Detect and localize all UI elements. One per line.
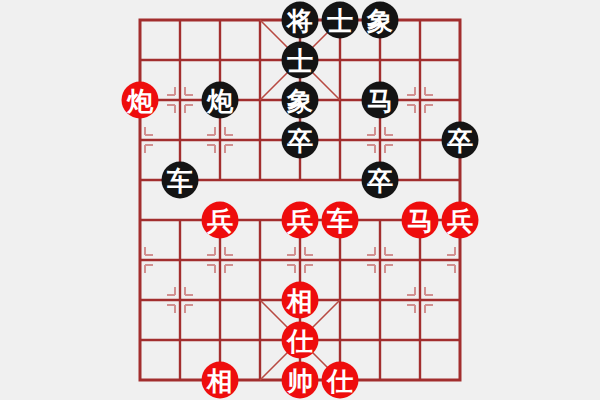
board-point	[240, 0, 280, 40]
board-point	[400, 360, 440, 400]
piece-red-cannon[interactable]: 炮	[122, 82, 159, 119]
board-point: 车	[160, 160, 200, 200]
board-point	[280, 160, 320, 200]
board-point	[400, 240, 440, 280]
board-point: 兵	[200, 200, 240, 240]
board-point	[120, 0, 160, 40]
board-point	[400, 160, 440, 200]
board-point: 帅	[280, 360, 320, 400]
piece-red-soldier[interactable]: 兵	[202, 202, 239, 239]
board-point	[360, 320, 400, 360]
piece-black-elephant[interactable]: 象	[362, 2, 399, 39]
board-point	[160, 200, 200, 240]
board-point: 将	[280, 0, 320, 40]
board-point	[120, 280, 160, 320]
board-point	[120, 200, 160, 240]
board-point	[200, 280, 240, 320]
board-point	[440, 320, 480, 360]
board-point: 马	[360, 80, 400, 120]
piece-black-advisor[interactable]: 士	[322, 2, 359, 39]
board-point	[160, 280, 200, 320]
board-point	[120, 120, 160, 160]
board-point: 象	[360, 0, 400, 40]
board-point	[440, 240, 480, 280]
board-point	[400, 280, 440, 320]
board-point: 兵	[280, 200, 320, 240]
board-point	[440, 0, 480, 40]
board-point: 炮	[200, 80, 240, 120]
board-point	[240, 200, 280, 240]
board-point: 士	[280, 40, 320, 80]
board-point	[400, 40, 440, 80]
board-point	[320, 280, 360, 320]
piece-red-advisor[interactable]: 仕	[282, 322, 319, 359]
board-point	[240, 120, 280, 160]
board-point	[360, 120, 400, 160]
board-point	[400, 0, 440, 40]
board-point	[320, 120, 360, 160]
board-point	[320, 160, 360, 200]
board-point: 象	[280, 80, 320, 120]
piece-black-cannon[interactable]: 炮	[202, 82, 239, 119]
board-point	[200, 160, 240, 200]
board-point	[160, 80, 200, 120]
board-point: 炮	[120, 80, 160, 120]
board-point	[240, 280, 280, 320]
board-point	[440, 80, 480, 120]
board-point	[400, 120, 440, 160]
board-point	[360, 240, 400, 280]
piece-black-soldier[interactable]: 卒	[282, 122, 319, 159]
board-point	[160, 360, 200, 400]
piece-red-horse[interactable]: 马	[402, 202, 439, 239]
piece-red-advisor[interactable]: 仕	[322, 362, 359, 399]
board-point: 车	[320, 200, 360, 240]
board-point	[120, 160, 160, 200]
piece-red-soldier[interactable]: 兵	[282, 202, 319, 239]
board-point: 兵	[440, 200, 480, 240]
board-point: 士	[320, 0, 360, 40]
piece-red-soldier[interactable]: 兵	[442, 202, 479, 239]
board-point	[360, 200, 400, 240]
board-point	[240, 160, 280, 200]
board-point	[440, 160, 480, 200]
board-point	[400, 80, 440, 120]
board-point	[280, 240, 320, 280]
board-point	[360, 280, 400, 320]
piece-red-elephant[interactable]: 相	[282, 282, 319, 319]
board-point	[320, 240, 360, 280]
board-point	[120, 360, 160, 400]
board-point	[240, 80, 280, 120]
board-point	[120, 320, 160, 360]
board-point	[160, 0, 200, 40]
board-point	[200, 40, 240, 80]
board-point: 相	[280, 280, 320, 320]
xiangqi-board-grid: 将士象士炮炮象马卒卒车卒兵兵车马兵相仕相帅仕	[120, 0, 480, 400]
board-point	[200, 320, 240, 360]
board-point	[240, 320, 280, 360]
piece-black-soldier[interactable]: 卒	[442, 122, 479, 159]
board-point: 卒	[360, 160, 400, 200]
board-point	[400, 320, 440, 360]
board-point: 相	[200, 360, 240, 400]
board-point	[200, 120, 240, 160]
board-point	[440, 40, 480, 80]
piece-black-advisor[interactable]: 士	[282, 42, 319, 79]
board-point	[360, 40, 400, 80]
board-point	[160, 40, 200, 80]
xiangqi-app-screenshot: 将士象士炮炮象马卒卒车卒兵兵车马兵相仕相帅仕	[0, 0, 600, 400]
board-point	[320, 80, 360, 120]
board-point: 卒	[440, 120, 480, 160]
board-point	[320, 40, 360, 80]
board-point	[200, 240, 240, 280]
piece-black-general[interactable]: 将	[282, 2, 319, 39]
board-point	[120, 40, 160, 80]
board-point	[160, 240, 200, 280]
board-point: 马	[400, 200, 440, 240]
board-point	[160, 120, 200, 160]
board-point	[120, 240, 160, 280]
board-point	[240, 360, 280, 400]
board-point: 仕	[280, 320, 320, 360]
piece-black-elephant[interactable]: 象	[282, 82, 319, 119]
board-point	[440, 280, 480, 320]
piece-black-chariot[interactable]: 车	[162, 162, 199, 199]
piece-black-horse[interactable]: 马	[362, 82, 399, 119]
board-point	[320, 320, 360, 360]
board-point	[200, 0, 240, 40]
board-point	[440, 360, 480, 400]
piece-red-general[interactable]: 帅	[282, 362, 319, 399]
piece-red-elephant[interactable]: 相	[202, 362, 239, 399]
board-point	[240, 40, 280, 80]
board-point	[160, 320, 200, 360]
piece-red-chariot[interactable]: 车	[322, 202, 359, 239]
board-point	[240, 240, 280, 280]
piece-black-soldier[interactable]: 卒	[362, 162, 399, 199]
board-point: 卒	[280, 120, 320, 160]
board-point: 仕	[320, 360, 360, 400]
board-point	[360, 360, 400, 400]
